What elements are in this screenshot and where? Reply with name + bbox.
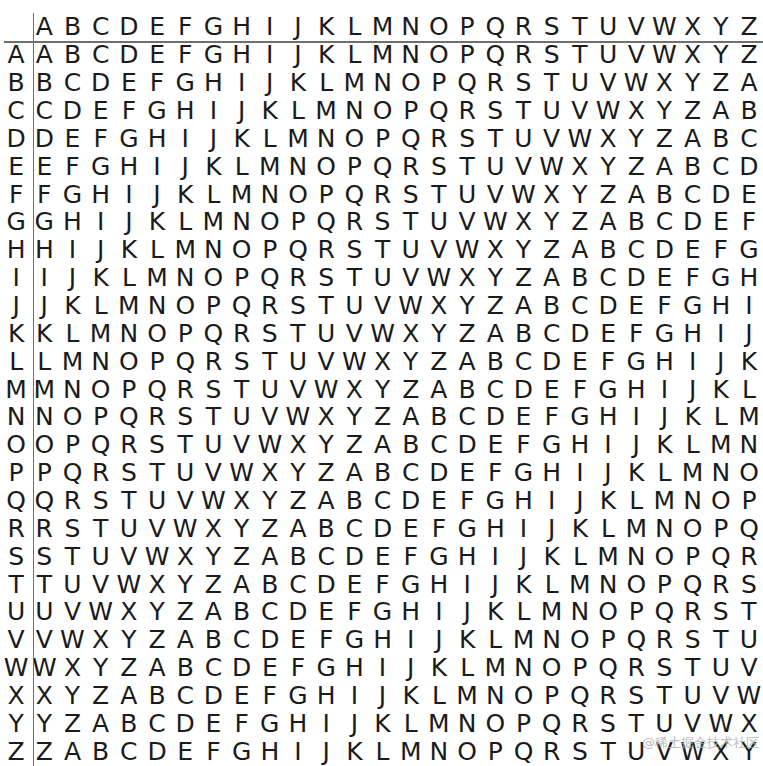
table-cell: V — [284, 375, 312, 403]
table-cell: J — [425, 626, 453, 654]
header-column-divider — [33, 13, 35, 766]
table-cell: C — [453, 403, 481, 431]
table-cell: N — [256, 180, 284, 208]
table-cell: B — [679, 152, 707, 180]
table-cell: B — [115, 709, 143, 737]
table-cell: M — [58, 347, 86, 375]
table-cell: N — [312, 124, 340, 152]
table-cell: S — [453, 124, 481, 152]
table-cell: L — [30, 347, 58, 375]
table-cell: F — [538, 403, 566, 431]
table-cell: E — [368, 542, 396, 570]
table-cell: P — [30, 459, 58, 487]
table-cell: G — [679, 292, 707, 320]
table-cell: R — [368, 180, 396, 208]
table-cell: K — [30, 319, 58, 347]
table-cell: J — [30, 292, 58, 320]
table-cell: T — [58, 542, 86, 570]
table-cell: O — [228, 236, 256, 264]
table-cell: U — [679, 682, 707, 710]
row-header: T — [2, 570, 30, 598]
tabula-recta-board: ABCDEFGHIJKLMNOPQRSTUVWXYZAABCDEFGHIJKLM… — [2, 13, 763, 765]
table-cell: X — [679, 41, 707, 69]
table-cell: J — [707, 347, 735, 375]
table-cell: I — [87, 208, 115, 236]
table-cell: O — [58, 403, 86, 431]
table-cell: E — [340, 570, 368, 598]
table-cell: X — [735, 709, 763, 737]
row-header: H — [2, 236, 30, 264]
table-cell: I — [228, 69, 256, 97]
row-header: J — [2, 292, 30, 320]
table-cell: L — [171, 208, 199, 236]
column-header: Q — [481, 13, 509, 41]
table-cell: F — [622, 319, 650, 347]
table-cell: G — [735, 236, 763, 264]
table-cell: B — [735, 97, 763, 125]
table-cell: S — [30, 542, 58, 570]
table-cell: H — [87, 180, 115, 208]
table-cell: K — [538, 542, 566, 570]
table-cell: V — [481, 180, 509, 208]
row-header: X — [2, 682, 30, 710]
table-cell: W — [509, 180, 537, 208]
table-cell: C — [312, 542, 340, 570]
table-cell: I — [650, 375, 678, 403]
table-cell: R — [58, 487, 86, 515]
table-cell: K — [87, 264, 115, 292]
table-cell: M — [594, 542, 622, 570]
table-cell: O — [256, 208, 284, 236]
table-cell: C — [115, 737, 143, 765]
table-cell: U — [735, 626, 763, 654]
table-cell: V — [509, 152, 537, 180]
table-cell: C — [650, 208, 678, 236]
table-cell: C — [594, 264, 622, 292]
table-cell: H — [228, 41, 256, 69]
table-cell: W — [453, 236, 481, 264]
table-cell: J — [650, 403, 678, 431]
table-cell: M — [312, 97, 340, 125]
table-cell: X — [594, 124, 622, 152]
table-cell: A — [256, 542, 284, 570]
table-cell: E — [58, 124, 86, 152]
table-cell: H — [735, 264, 763, 292]
table-cell: F — [481, 459, 509, 487]
table-cell: X — [368, 347, 396, 375]
table-cell: R — [284, 264, 312, 292]
table-cell: H — [679, 319, 707, 347]
table-cell: X — [312, 403, 340, 431]
table-cell: P — [509, 709, 537, 737]
table-cell: Y — [228, 514, 256, 542]
table-cell: C — [340, 514, 368, 542]
table-cell: D — [58, 97, 86, 125]
table-cell: N — [368, 69, 396, 97]
table-cell: D — [256, 626, 284, 654]
table-cell: C — [171, 682, 199, 710]
table-cell: A — [143, 654, 171, 682]
table-cell: W — [622, 69, 650, 97]
table-cell: O — [312, 152, 340, 180]
table-cell: C — [397, 459, 425, 487]
table-cell: G — [256, 709, 284, 737]
table-cell: J — [143, 180, 171, 208]
table-cell: E — [228, 682, 256, 710]
table-cell: D — [622, 264, 650, 292]
table-cell: Q — [481, 41, 509, 69]
table-cell: X — [171, 542, 199, 570]
table-cell: G — [481, 487, 509, 515]
table-cell: I — [199, 97, 227, 125]
table-cell: R — [312, 236, 340, 264]
table-cell: X — [284, 431, 312, 459]
table-cell: C — [368, 487, 396, 515]
table-cell: L — [538, 570, 566, 598]
table-cell: T — [594, 737, 622, 765]
table-cell: Q — [340, 180, 368, 208]
table-cell: S — [256, 319, 284, 347]
table-cell: Y — [566, 180, 594, 208]
table-cell: Z — [622, 152, 650, 180]
table-cell: G — [171, 69, 199, 97]
table-cell: Y — [509, 236, 537, 264]
table-cell: N — [509, 654, 537, 682]
table-cell: G — [622, 347, 650, 375]
table-cell: W — [256, 431, 284, 459]
table-cell: Q — [58, 459, 86, 487]
table-cell: U — [566, 69, 594, 97]
column-header: L — [340, 13, 368, 41]
table-cell: T — [397, 208, 425, 236]
table-cell: P — [58, 431, 86, 459]
table-cell: I — [566, 459, 594, 487]
tabula-recta-page: ABCDEFGHIJKLMNOPQRSTUVWXYZAABCDEFGHIJKLM… — [0, 0, 763, 766]
table-cell: O — [425, 41, 453, 69]
table-cell: Q — [735, 514, 763, 542]
table-cell: B — [284, 542, 312, 570]
table-cell: F — [566, 375, 594, 403]
table-cell: E — [256, 654, 284, 682]
table-cell: E — [171, 737, 199, 765]
table-cell: G — [650, 319, 678, 347]
table-cell: X — [566, 152, 594, 180]
table-cell: V — [58, 598, 86, 626]
table-cell: D — [509, 375, 537, 403]
table-cell: B — [566, 264, 594, 292]
row-header: G — [2, 208, 30, 236]
table-cell: G — [284, 682, 312, 710]
table-cell: Y — [425, 319, 453, 347]
table-cell: P — [538, 682, 566, 710]
table-cell: J — [594, 459, 622, 487]
table-cell: R — [481, 69, 509, 97]
table-cell: D — [284, 598, 312, 626]
row-header: B — [2, 69, 30, 97]
table-cell: P — [171, 319, 199, 347]
table-cell: T — [368, 236, 396, 264]
table-cell: T — [650, 682, 678, 710]
table-cell: Y — [538, 208, 566, 236]
table-cell: X — [453, 264, 481, 292]
table-cell: X — [58, 654, 86, 682]
table-cell: O — [538, 654, 566, 682]
table-cell: B — [425, 403, 453, 431]
table-cell: R — [679, 598, 707, 626]
table-cell: L — [707, 403, 735, 431]
table-cell: I — [143, 152, 171, 180]
table-cell: C — [679, 180, 707, 208]
table-cell: J — [340, 709, 368, 737]
table-cell: Y — [397, 347, 425, 375]
table-cell: C — [143, 709, 171, 737]
table-cell: U — [199, 431, 227, 459]
table-cell: G — [397, 570, 425, 598]
table-cell: X — [622, 97, 650, 125]
table-cell: Z — [199, 570, 227, 598]
table-cell: W — [481, 208, 509, 236]
table-cell: F — [425, 514, 453, 542]
table-cell: T — [538, 69, 566, 97]
table-cell: J — [171, 152, 199, 180]
table-cell: F — [58, 152, 86, 180]
table-cell: H — [594, 403, 622, 431]
table-cell: V — [368, 292, 396, 320]
table-cell: T — [340, 264, 368, 292]
table-cell: V — [538, 124, 566, 152]
table-cell: Q — [622, 626, 650, 654]
table-cell: E — [594, 319, 622, 347]
table-cell: K — [594, 487, 622, 515]
table-cell: Q — [115, 403, 143, 431]
table-cell: T — [735, 598, 763, 626]
table-cell: H — [115, 152, 143, 180]
row-header: I — [2, 264, 30, 292]
table-cell: X — [228, 487, 256, 515]
table-cell: G — [707, 264, 735, 292]
table-cell: V — [143, 514, 171, 542]
column-header: P — [453, 13, 481, 41]
table-cell: T — [87, 514, 115, 542]
table-cell: S — [622, 682, 650, 710]
table-cell: J — [368, 682, 396, 710]
table-cell: T — [679, 654, 707, 682]
table-cell: R — [87, 459, 115, 487]
table-cell: Y — [284, 459, 312, 487]
table-cell: U — [368, 264, 396, 292]
table-cell: M — [425, 709, 453, 737]
table-cell: A — [679, 124, 707, 152]
table-cell: R — [594, 682, 622, 710]
table-cell: Y — [735, 737, 763, 765]
table-cell: D — [735, 152, 763, 180]
table-cell: S — [650, 654, 678, 682]
table-cell: G — [87, 152, 115, 180]
table-cell: J — [622, 431, 650, 459]
table-cell: N — [425, 737, 453, 765]
table-cell: Z — [228, 542, 256, 570]
table-cell: V — [87, 570, 115, 598]
table-cell: G — [58, 180, 86, 208]
table-cell: B — [594, 236, 622, 264]
table-cell: T — [509, 97, 537, 125]
table-cell: T — [199, 403, 227, 431]
table-cell: E — [538, 375, 566, 403]
table-cell: S — [707, 598, 735, 626]
table-cell: D — [707, 180, 735, 208]
table-cell: D — [87, 69, 115, 97]
table-cell: F — [650, 292, 678, 320]
table-cell: O — [650, 542, 678, 570]
table-cell: U — [707, 654, 735, 682]
column-header: M — [368, 13, 396, 41]
table-cell: P — [312, 180, 340, 208]
table-cell: R — [340, 208, 368, 236]
table-cell: A — [425, 375, 453, 403]
table-cell: C — [735, 124, 763, 152]
table-cell: N — [622, 542, 650, 570]
table-cell: B — [538, 292, 566, 320]
table-cell: S — [566, 737, 594, 765]
table-cell: F — [312, 626, 340, 654]
table-cell: I — [735, 292, 763, 320]
table-cell: B — [171, 654, 199, 682]
table-cell: I — [679, 347, 707, 375]
table-cell: L — [340, 41, 368, 69]
table-cell: C — [284, 570, 312, 598]
table-cell: H — [340, 654, 368, 682]
table-cell: Y — [481, 264, 509, 292]
table-cell: O — [397, 69, 425, 97]
table-cell: S — [228, 347, 256, 375]
table-cell: X — [707, 737, 735, 765]
table-cell: H — [622, 375, 650, 403]
table-cell: M — [481, 654, 509, 682]
table-cell: A — [368, 431, 396, 459]
table-cell: I — [115, 180, 143, 208]
table-cell: W — [650, 41, 678, 69]
table-cell: C — [538, 319, 566, 347]
table-cell: Z — [453, 319, 481, 347]
table-cell: D — [368, 514, 396, 542]
table-cell: M — [368, 41, 396, 69]
row-header: N — [2, 403, 30, 431]
table-cell: X — [481, 236, 509, 264]
table-cell: W — [115, 570, 143, 598]
table-cell: B — [650, 180, 678, 208]
table-cell: A — [171, 626, 199, 654]
table-cell: J — [735, 319, 763, 347]
table-cell: O — [143, 319, 171, 347]
table-cell: S — [397, 180, 425, 208]
table-cell: E — [679, 236, 707, 264]
table-cell: T — [228, 375, 256, 403]
table-cell: J — [566, 487, 594, 515]
table-cell: N — [453, 709, 481, 737]
table-cell: Y — [115, 626, 143, 654]
table-cell: X — [256, 459, 284, 487]
column-header: A — [30, 13, 58, 41]
table-cell: Z — [481, 292, 509, 320]
table-cell: U — [256, 375, 284, 403]
table-cell: D — [538, 347, 566, 375]
table-cell: M — [171, 236, 199, 264]
table-cell: C — [425, 431, 453, 459]
row-header: E — [2, 152, 30, 180]
table-cell: X — [199, 514, 227, 542]
column-header: D — [115, 13, 143, 41]
table-cell: Y — [30, 709, 58, 737]
table-cell: O — [115, 347, 143, 375]
table-cell: H — [368, 626, 396, 654]
table-cell: S — [368, 208, 396, 236]
table-cell: B — [256, 570, 284, 598]
table-cell: G — [425, 542, 453, 570]
table-cell: U — [622, 737, 650, 765]
table-cell: B — [509, 319, 537, 347]
table-cell: M — [340, 69, 368, 97]
table-cell: D — [143, 737, 171, 765]
table-cell: M — [115, 292, 143, 320]
table-cell: D — [228, 654, 256, 682]
table-cell: T — [171, 431, 199, 459]
table-cell: B — [87, 737, 115, 765]
table-cell: A — [481, 319, 509, 347]
table-cell: O — [679, 514, 707, 542]
table-cell: Q — [453, 69, 481, 97]
table-cell: R — [199, 347, 227, 375]
table-cell: J — [312, 737, 340, 765]
table-cell: T — [707, 626, 735, 654]
table-cell: S — [115, 459, 143, 487]
table-cell: E — [143, 41, 171, 69]
column-header: Z — [735, 13, 763, 41]
table-cell: L — [679, 431, 707, 459]
corner-cell — [2, 13, 30, 41]
table-cell: A — [538, 264, 566, 292]
table-cell: E — [622, 292, 650, 320]
table-cell: I — [594, 431, 622, 459]
table-cell: F — [735, 208, 763, 236]
table-cell: R — [228, 319, 256, 347]
table-cell: C — [509, 347, 537, 375]
table-cell: P — [199, 292, 227, 320]
table-cell: E — [453, 459, 481, 487]
table-cell: B — [30, 69, 58, 97]
table-cell: B — [199, 626, 227, 654]
table-cell: F — [594, 347, 622, 375]
table-cell: C — [566, 292, 594, 320]
table-cell: U — [284, 347, 312, 375]
table-cell: L — [425, 682, 453, 710]
table-cell: K — [453, 626, 481, 654]
table-cell: F — [453, 487, 481, 515]
table-cell: N — [538, 626, 566, 654]
table-cell: W — [199, 487, 227, 515]
table-cell: A — [87, 709, 115, 737]
column-header: B — [58, 13, 86, 41]
table-cell: K — [679, 403, 707, 431]
table-cell: Z — [368, 403, 396, 431]
table-cell: V — [256, 403, 284, 431]
table-cell: Z — [650, 124, 678, 152]
table-cell: P — [256, 236, 284, 264]
column-header: H — [228, 13, 256, 41]
row-header: P — [2, 459, 30, 487]
table-cell: S — [171, 403, 199, 431]
table-cell: G — [199, 41, 227, 69]
table-cell: E — [312, 598, 340, 626]
